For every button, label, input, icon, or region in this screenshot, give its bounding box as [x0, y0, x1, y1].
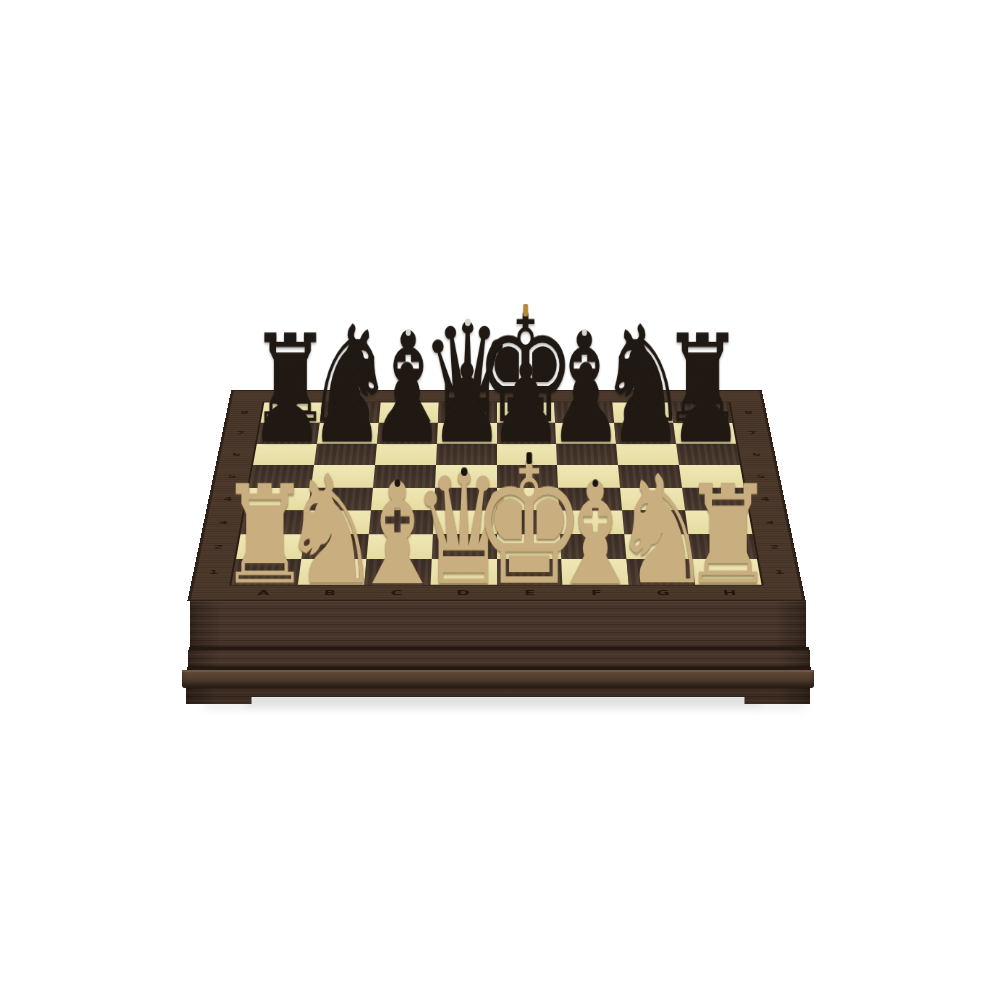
file-label-g: G: [629, 589, 696, 597]
white-bishop-finial: [394, 479, 400, 486]
black-king-finial: [523, 304, 528, 316]
square-h7: ♟: [673, 423, 736, 444]
white-bishop-finial: [593, 479, 599, 486]
board-perspective-wrapper: ♜♞♝♛♚♝♞♜♟♟♟♟♟♟♟♟♜♞♝♛♚♝♞♜ ABCDEFGH 876543…: [211, 202, 782, 773]
chess-board: ♜♞♝♛♚♝♞♜♟♟♟♟♟♟♟♟♜♞♝♛♚♝♞♜: [231, 402, 761, 584]
square-h1: ♜: [692, 559, 762, 585]
black-bishop-finial: [582, 329, 587, 336]
rank-label-left-7: 7: [227, 423, 254, 444]
file-label-c: C: [363, 589, 430, 597]
file-label-b: B: [296, 589, 363, 597]
white-king-finial: [527, 452, 533, 464]
rank-label-left-8: 8: [231, 402, 258, 422]
file-label-d: D: [430, 589, 497, 597]
black-queen-finial: [464, 319, 470, 327]
file-label-a: A: [229, 589, 297, 597]
file-labels: ABCDEFGH: [229, 589, 763, 597]
black-bishop-finial: [406, 329, 411, 336]
product-photo: ♜♞♝♛♚♝♞♜♟♟♟♟♟♟♟♟♜♞♝♛♚♝♞♜ ABCDEFGH 876543…: [0, 0, 1000, 1000]
file-label-f: F: [563, 589, 630, 597]
square-g7: ♟: [614, 423, 676, 444]
file-label-h: H: [696, 589, 764, 597]
chess-board-frame: ♜♞♝♛♚♝♞♜♟♟♟♟♟♟♟♟♜♞♝♛♚♝♞♜ ABCDEFGH 876543…: [187, 390, 805, 600]
piece-white-rook: ♜: [682, 468, 775, 604]
rank-label-right-8: 8: [735, 402, 762, 422]
file-label-e: E: [497, 589, 564, 597]
white-queen-finial: [460, 468, 467, 477]
rank-label-right-7: 7: [739, 423, 766, 444]
